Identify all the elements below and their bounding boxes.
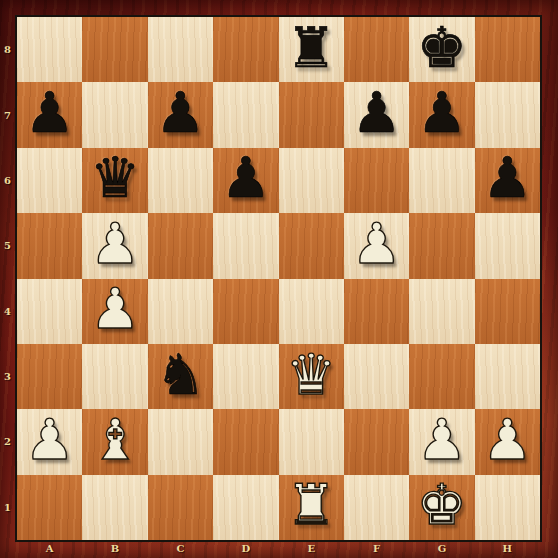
square-g4[interactable]: [409, 279, 474, 344]
file-label-h: H: [475, 541, 540, 558]
rank-label-1: 1: [0, 475, 15, 540]
black-pawn-f7[interactable]: ♟: [351, 85, 401, 141]
white-queen-e3[interactable]: ♛: [286, 347, 336, 403]
square-a7[interactable]: ♟: [17, 82, 82, 147]
black-queen-b6[interactable]: ♛: [90, 150, 140, 206]
square-h7[interactable]: [475, 82, 540, 147]
square-c4[interactable]: [148, 279, 213, 344]
square-d8[interactable]: [213, 17, 278, 82]
black-pawn-g7[interactable]: ♟: [417, 85, 467, 141]
white-pawn-g2[interactable]: ♟: [417, 412, 467, 468]
square-e6[interactable]: [279, 148, 344, 213]
file-label-e: E: [279, 541, 344, 558]
square-b4[interactable]: ♟: [82, 279, 147, 344]
square-d6[interactable]: ♟: [213, 148, 278, 213]
rank-label-5: 5: [0, 213, 15, 278]
square-e4[interactable]: [279, 279, 344, 344]
square-g3[interactable]: [409, 344, 474, 409]
square-b5[interactable]: ♟: [82, 213, 147, 278]
square-b7[interactable]: [82, 82, 147, 147]
black-pawn-h6[interactable]: ♟: [482, 150, 532, 206]
square-a1[interactable]: [17, 475, 82, 540]
square-c7[interactable]: ♟: [148, 82, 213, 147]
square-f1[interactable]: [344, 475, 409, 540]
square-c5[interactable]: [148, 213, 213, 278]
file-label-g: G: [409, 541, 474, 558]
square-c1[interactable]: [148, 475, 213, 540]
square-g6[interactable]: [409, 148, 474, 213]
file-label-b: B: [82, 541, 147, 558]
square-f4[interactable]: [344, 279, 409, 344]
square-h5[interactable]: [475, 213, 540, 278]
square-a3[interactable]: [17, 344, 82, 409]
square-h1[interactable]: [475, 475, 540, 540]
rank-labels: 87654321: [0, 17, 15, 540]
square-e8[interactable]: ♜: [279, 17, 344, 82]
square-b2[interactable]: ♝: [82, 409, 147, 474]
square-c3[interactable]: ♞: [148, 344, 213, 409]
square-b3[interactable]: [82, 344, 147, 409]
square-a4[interactable]: [17, 279, 82, 344]
square-h6[interactable]: ♟: [475, 148, 540, 213]
black-pawn-a7[interactable]: ♟: [25, 85, 75, 141]
square-f7[interactable]: ♟: [344, 82, 409, 147]
square-e3[interactable]: ♛: [279, 344, 344, 409]
square-f6[interactable]: [344, 148, 409, 213]
white-pawn-f5[interactable]: ♟: [351, 216, 401, 272]
square-e7[interactable]: [279, 82, 344, 147]
square-f2[interactable]: [344, 409, 409, 474]
file-label-c: C: [148, 541, 213, 558]
square-h8[interactable]: [475, 17, 540, 82]
square-g8[interactable]: ♚: [409, 17, 474, 82]
rank-label-6: 6: [0, 148, 15, 213]
square-e5[interactable]: [279, 213, 344, 278]
square-a2[interactable]: ♟: [17, 409, 82, 474]
square-g7[interactable]: ♟: [409, 82, 474, 147]
rank-label-4: 4: [0, 279, 15, 344]
square-g2[interactable]: ♟: [409, 409, 474, 474]
file-label-d: D: [213, 541, 278, 558]
square-a8[interactable]: [17, 17, 82, 82]
white-rook-e1[interactable]: ♜: [286, 477, 336, 533]
black-king-g8[interactable]: ♚: [417, 20, 467, 76]
square-d3[interactable]: [213, 344, 278, 409]
black-rook-e8[interactable]: ♜: [286, 20, 336, 76]
square-g1[interactable]: ♚: [409, 475, 474, 540]
square-d1[interactable]: [213, 475, 278, 540]
white-pawn-b4[interactable]: ♟: [90, 281, 140, 337]
square-a6[interactable]: [17, 148, 82, 213]
square-d7[interactable]: [213, 82, 278, 147]
white-pawn-a2[interactable]: ♟: [25, 412, 75, 468]
square-b6[interactable]: ♛: [82, 148, 147, 213]
white-pawn-h2[interactable]: ♟: [482, 412, 532, 468]
square-d4[interactable]: [213, 279, 278, 344]
black-knight-c3[interactable]: ♞: [155, 347, 205, 403]
rank-label-3: 3: [0, 344, 15, 409]
square-b8[interactable]: [82, 17, 147, 82]
file-label-a: A: [17, 541, 82, 558]
square-b1[interactable]: [82, 475, 147, 540]
rank-label-8: 8: [0, 17, 15, 82]
square-h4[interactable]: [475, 279, 540, 344]
square-f3[interactable]: [344, 344, 409, 409]
white-bishop-b2[interactable]: ♝: [90, 412, 140, 468]
rank-label-2: 2: [0, 409, 15, 474]
square-g5[interactable]: [409, 213, 474, 278]
square-h2[interactable]: ♟: [475, 409, 540, 474]
black-pawn-d6[interactable]: ♟: [221, 150, 271, 206]
square-f8[interactable]: [344, 17, 409, 82]
square-c2[interactable]: [148, 409, 213, 474]
black-pawn-c7[interactable]: ♟: [155, 85, 205, 141]
square-f5[interactable]: ♟: [344, 213, 409, 278]
square-h3[interactable]: [475, 344, 540, 409]
file-labels: ABCDEFGH: [17, 541, 540, 558]
white-king-g1[interactable]: ♚: [417, 477, 467, 533]
square-c8[interactable]: [148, 17, 213, 82]
rank-label-7: 7: [0, 82, 15, 147]
square-e2[interactable]: [279, 409, 344, 474]
square-e1[interactable]: ♜: [279, 475, 344, 540]
chess-board-frame: 87654321 ♜♚♟♟♟♟♛♟♟♟♟♟♞♛♟♝♟♟♜♚ ABCDEFGH: [0, 0, 558, 558]
square-c6[interactable]: [148, 148, 213, 213]
chess-board: ♜♚♟♟♟♟♛♟♟♟♟♟♞♛♟♝♟♟♜♚: [15, 15, 542, 542]
square-a5[interactable]: [17, 213, 82, 278]
white-pawn-b5[interactable]: ♟: [90, 216, 140, 272]
square-d5[interactable]: [213, 213, 278, 278]
file-label-f: F: [344, 541, 409, 558]
square-d2[interactable]: [213, 409, 278, 474]
